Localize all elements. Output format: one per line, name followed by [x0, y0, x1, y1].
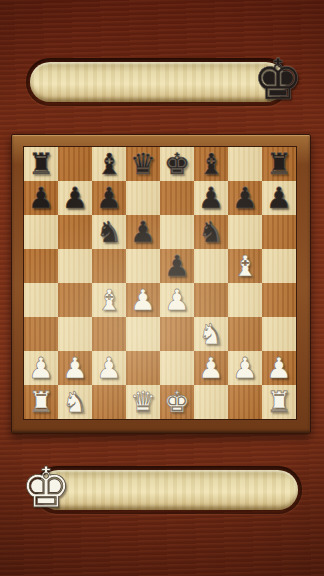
white-pawn[interactable]: ♟: [160, 283, 194, 317]
square-d1[interactable]: ♛: [126, 385, 160, 419]
white-bishop[interactable]: ♝: [228, 249, 262, 283]
square-h2[interactable]: ♟: [262, 351, 296, 385]
square-a5[interactable]: [24, 249, 58, 283]
square-e6[interactable]: [160, 215, 194, 249]
black-knight[interactable]: ♞: [92, 215, 126, 249]
white-pawn[interactable]: ♟: [262, 351, 296, 385]
square-b6[interactable]: [58, 215, 92, 249]
white-pawn[interactable]: ♟: [58, 351, 92, 385]
square-e3[interactable]: [160, 317, 194, 351]
square-a8[interactable]: ♜: [24, 147, 58, 181]
square-d5[interactable]: [126, 249, 160, 283]
black-pawn[interactable]: ♟: [194, 181, 228, 215]
square-c4[interactable]: ♝: [92, 283, 126, 317]
chess-board[interactable]: ♜♝♛♚♝♜♟♟♟♟♟♟♞♟♞♟♝♝♟♟♞♟♟♟♟♟♟♜♞♛♚♜: [24, 147, 296, 419]
square-a1[interactable]: ♜: [24, 385, 58, 419]
black-pawn[interactable]: ♟: [228, 181, 262, 215]
white-king-icon: ♚: [15, 456, 77, 520]
square-a4[interactable]: [24, 283, 58, 317]
black-rook[interactable]: ♜: [24, 147, 58, 181]
square-c7[interactable]: ♟: [92, 181, 126, 215]
white-queen[interactable]: ♛: [126, 385, 160, 419]
black-rook[interactable]: ♜: [262, 147, 296, 181]
square-e4[interactable]: ♟: [160, 283, 194, 317]
square-d7[interactable]: [126, 181, 160, 215]
square-d2[interactable]: [126, 351, 160, 385]
white-bishop[interactable]: ♝: [92, 283, 126, 317]
square-a3[interactable]: [24, 317, 58, 351]
square-c6[interactable]: ♞: [92, 215, 126, 249]
app-screen: ♚ ♜♝♛♚♝♜♟♟♟♟♟♟♞♟♞♟♝♝♟♟♞♟♟♟♟♟♟♜♞♛♚♜ ♚: [0, 0, 324, 576]
square-f1[interactable]: [194, 385, 228, 419]
square-b8[interactable]: [58, 147, 92, 181]
white-player-nameplate: [38, 470, 298, 510]
square-f4[interactable]: [194, 283, 228, 317]
square-e2[interactable]: [160, 351, 194, 385]
black-pawn[interactable]: ♟: [160, 249, 194, 283]
square-c1[interactable]: [92, 385, 126, 419]
square-h4[interactable]: [262, 283, 296, 317]
square-h8[interactable]: ♜: [262, 147, 296, 181]
square-h6[interactable]: [262, 215, 296, 249]
square-a2[interactable]: ♟: [24, 351, 58, 385]
square-c3[interactable]: [92, 317, 126, 351]
square-e1[interactable]: ♚: [160, 385, 194, 419]
square-h7[interactable]: ♟: [262, 181, 296, 215]
square-f3[interactable]: ♞: [194, 317, 228, 351]
square-c5[interactable]: [92, 249, 126, 283]
square-b4[interactable]: [58, 283, 92, 317]
chess-board-frame: ♜♝♛♚♝♜♟♟♟♟♟♟♞♟♞♟♝♝♟♟♞♟♟♟♟♟♟♜♞♛♚♜: [11, 134, 311, 434]
square-g5[interactable]: ♝: [228, 249, 262, 283]
square-d4[interactable]: ♟: [126, 283, 160, 317]
square-d3[interactable]: [126, 317, 160, 351]
square-f8[interactable]: ♝: [194, 147, 228, 181]
white-rook[interactable]: ♜: [24, 385, 58, 419]
white-pawn[interactable]: ♟: [24, 351, 58, 385]
square-g2[interactable]: ♟: [228, 351, 262, 385]
square-d8[interactable]: ♛: [126, 147, 160, 181]
square-h5[interactable]: [262, 249, 296, 283]
square-g7[interactable]: ♟: [228, 181, 262, 215]
white-pawn[interactable]: ♟: [194, 351, 228, 385]
white-rook[interactable]: ♜: [262, 385, 296, 419]
square-b3[interactable]: [58, 317, 92, 351]
square-b5[interactable]: [58, 249, 92, 283]
white-pawn[interactable]: ♟: [92, 351, 126, 385]
square-b2[interactable]: ♟: [58, 351, 92, 385]
square-e7[interactable]: [160, 181, 194, 215]
square-g4[interactable]: [228, 283, 262, 317]
black-pawn[interactable]: ♟: [126, 215, 160, 249]
square-f6[interactable]: ♞: [194, 215, 228, 249]
square-h3[interactable]: [262, 317, 296, 351]
black-pawn[interactable]: ♟: [58, 181, 92, 215]
black-pawn[interactable]: ♟: [24, 181, 58, 215]
black-king[interactable]: ♚: [160, 147, 194, 181]
square-e5[interactable]: ♟: [160, 249, 194, 283]
square-f5[interactable]: [194, 249, 228, 283]
square-f7[interactable]: ♟: [194, 181, 228, 215]
black-bishop[interactable]: ♝: [194, 147, 228, 181]
black-knight[interactable]: ♞: [194, 215, 228, 249]
white-king[interactable]: ♚: [160, 385, 194, 419]
square-h1[interactable]: ♜: [262, 385, 296, 419]
square-a6[interactable]: [24, 215, 58, 249]
square-a7[interactable]: ♟: [24, 181, 58, 215]
square-g3[interactable]: [228, 317, 262, 351]
square-g6[interactable]: [228, 215, 262, 249]
white-knight[interactable]: ♞: [194, 317, 228, 351]
black-bishop[interactable]: ♝: [92, 147, 126, 181]
black-pawn[interactable]: ♟: [92, 181, 126, 215]
square-b7[interactable]: ♟: [58, 181, 92, 215]
black-king-icon: ♚: [247, 48, 309, 112]
square-b1[interactable]: ♞: [58, 385, 92, 419]
square-f2[interactable]: ♟: [194, 351, 228, 385]
white-knight[interactable]: ♞: [58, 385, 92, 419]
square-g1[interactable]: [228, 385, 262, 419]
white-pawn[interactable]: ♟: [126, 283, 160, 317]
white-pawn[interactable]: ♟: [228, 351, 262, 385]
square-c8[interactable]: ♝: [92, 147, 126, 181]
black-queen[interactable]: ♛: [126, 147, 160, 181]
square-g8[interactable]: [228, 147, 262, 181]
square-e8[interactable]: ♚: [160, 147, 194, 181]
square-d6[interactable]: ♟: [126, 215, 160, 249]
square-c2[interactable]: ♟: [92, 351, 126, 385]
black-pawn[interactable]: ♟: [262, 181, 296, 215]
